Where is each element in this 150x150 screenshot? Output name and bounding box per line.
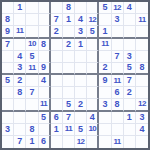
cell-r8c12[interactable] [136, 87, 148, 99]
cell-r8c9[interactable] [99, 87, 111, 99]
cell-r8c11[interactable]: 2 [124, 87, 136, 99]
cell-r7c6[interactable] [63, 75, 75, 87]
cell-r9c7[interactable]: 2 [75, 99, 87, 111]
cell-r10c8[interactable]: 4 [87, 112, 99, 124]
cell-r3c12[interactable] [136, 26, 148, 38]
cell-r7c5[interactable] [51, 75, 63, 87]
cell-r9c1[interactable] [2, 99, 14, 111]
cell-r1c2[interactable]: 1 [14, 2, 26, 14]
cell-r7c9[interactable]: 9 [99, 75, 111, 87]
cell-r7c3[interactable] [26, 75, 38, 87]
cell-r12c4[interactable]: 6 [39, 136, 51, 148]
cell-r6c11[interactable]: 5 [124, 63, 136, 75]
cell-r11c9[interactable] [99, 124, 111, 136]
cell-r5c11[interactable]: 3 [124, 51, 136, 63]
cell-r7c8[interactable] [87, 75, 99, 87]
cell-r10c12[interactable]: 3 [136, 112, 148, 124]
cell-r6c2[interactable]: 3 [14, 63, 26, 75]
cell-r2c3[interactable] [26, 14, 38, 26]
cell-r12c7[interactable]: 12 [75, 136, 87, 148]
cell-r5c2[interactable]: 4 [14, 51, 26, 63]
cell-r10c11[interactable]: 1 [124, 112, 136, 124]
cell-r7c7[interactable] [75, 75, 87, 87]
cell-r3c5[interactable]: 2 [51, 26, 63, 38]
cell-r2c5[interactable]: 7 [51, 14, 63, 26]
cell-r1c7[interactable] [75, 2, 87, 14]
cell-r2c8[interactable]: 12 [87, 14, 99, 26]
cell-r10c10[interactable] [112, 112, 124, 124]
cell-r8c1[interactable] [2, 87, 14, 99]
cell-r1c1[interactable] [2, 2, 14, 14]
cell-r2c6[interactable]: 1 [63, 14, 75, 26]
cell-r8c5[interactable] [51, 87, 63, 99]
cell-r10c3[interactable] [26, 112, 38, 124]
cell-r9c2[interactable] [14, 99, 26, 111]
cell-r9c10[interactable]: 8 [112, 99, 124, 111]
cell-r12c5[interactable] [51, 136, 63, 148]
cell-r3c10[interactable] [112, 26, 124, 38]
cell-r1c11[interactable]: 4 [124, 2, 136, 14]
cell-r2c10[interactable]: 3 [112, 14, 124, 26]
cell-r2c12[interactable]: 11 [136, 14, 148, 26]
cell-r9c6[interactable]: 5 [63, 99, 75, 111]
cell-r5c5[interactable] [51, 51, 63, 63]
cell-r1c12[interactable] [136, 2, 148, 14]
cell-r10c4[interactable]: 5 [39, 112, 51, 124]
cell-r1c3[interactable] [26, 2, 38, 14]
cell-r10c2[interactable] [14, 112, 26, 124]
cell-r3c1[interactable]: 9 [2, 26, 14, 38]
cell-r9c8[interactable] [87, 99, 99, 111]
cell-r11c12[interactable]: 4 [136, 124, 148, 136]
cell-r11c11[interactable] [124, 124, 136, 136]
cell-r2c1[interactable]: 8 [2, 14, 14, 26]
cell-r11c7[interactable]: 5 [75, 124, 87, 136]
cell-r11c8[interactable]: 10 [87, 124, 99, 136]
cell-r3c6[interactable] [63, 26, 75, 38]
cell-r4c9[interactable]: 11 [99, 39, 111, 51]
cell-r12c8[interactable] [87, 136, 99, 148]
cell-r7c2[interactable]: 2 [14, 75, 26, 87]
cell-r11c6[interactable]: 11 [63, 124, 75, 136]
cell-r12c1[interactable] [2, 136, 14, 148]
cell-r5c1[interactable] [2, 51, 14, 63]
cell-r10c6[interactable]: 7 [63, 112, 75, 124]
cell-r6c7[interactable] [75, 63, 87, 75]
cell-r2c2[interactable] [14, 14, 26, 26]
cell-r10c9[interactable] [99, 112, 111, 124]
cell-r4c12[interactable] [136, 39, 148, 51]
cell-r11c3[interactable]: 8 [26, 124, 38, 136]
cell-r5c12[interactable] [136, 51, 148, 63]
cell-r9c3[interactable] [26, 99, 38, 111]
cell-r3c3[interactable] [26, 26, 38, 38]
cell-r11c2[interactable] [14, 124, 26, 136]
cell-r4c11[interactable] [124, 39, 136, 51]
cell-r7c10[interactable]: 11 [112, 75, 124, 87]
cell-r9c11[interactable] [124, 99, 136, 111]
sudoku-board: 1851248714123119112351710821114573311925… [0, 0, 150, 150]
cell-r11c1[interactable]: 3 [2, 124, 14, 136]
cell-r3c2[interactable]: 11 [14, 26, 26, 38]
cell-r7c12[interactable] [136, 75, 148, 87]
cell-r8c8[interactable] [87, 87, 99, 99]
cell-r5c9[interactable] [99, 51, 111, 63]
cell-r7c11[interactable]: 7 [124, 75, 136, 87]
cell-r9c5[interactable] [51, 99, 63, 111]
cell-r11c5[interactable]: 1 [51, 124, 63, 136]
cell-r10c5[interactable]: 6 [51, 112, 63, 124]
cell-r5c7[interactable] [75, 51, 87, 63]
cell-r2c9[interactable] [99, 14, 111, 26]
cell-r4c8[interactable] [87, 39, 99, 51]
cell-r1c5[interactable] [51, 2, 63, 14]
cell-r12c6[interactable] [63, 136, 75, 148]
cell-r12c2[interactable]: 7 [14, 136, 26, 148]
cell-r6c5[interactable] [51, 63, 63, 75]
cell-r11c10[interactable] [112, 124, 124, 136]
cell-r6c3[interactable]: 11 [26, 63, 38, 75]
cell-r4c1[interactable]: 7 [2, 39, 14, 51]
cell-r8c3[interactable]: 7 [26, 87, 38, 99]
cell-r4c10[interactable] [112, 39, 124, 51]
cell-r7c1[interactable]: 5 [2, 75, 14, 87]
cell-r4c7[interactable]: 1 [75, 39, 87, 51]
cell-r12c11[interactable] [124, 136, 136, 148]
cell-r8c4[interactable] [39, 87, 51, 99]
cell-r4c6[interactable]: 2 [63, 39, 75, 51]
cell-r12c12[interactable] [136, 136, 148, 148]
cell-r4c4[interactable]: 8 [39, 39, 51, 51]
cell-r4c2[interactable] [14, 39, 26, 51]
cell-r6c8[interactable] [87, 63, 99, 75]
cell-r10c1[interactable] [2, 112, 14, 124]
cell-r6c10[interactable] [112, 63, 124, 75]
cell-r10c7[interactable] [75, 112, 87, 124]
cell-r7c4[interactable]: 4 [39, 75, 51, 87]
cell-r8c6[interactable] [63, 87, 75, 99]
cell-r5c10[interactable]: 7 [112, 51, 124, 63]
cell-r2c7[interactable]: 4 [75, 14, 87, 26]
cell-r6c1[interactable] [2, 63, 14, 75]
cell-r12c3[interactable]: 1 [26, 136, 38, 148]
cell-r3c7[interactable]: 3 [75, 26, 87, 38]
cell-r8c7[interactable] [75, 87, 87, 99]
cell-r6c9[interactable]: 2 [99, 63, 111, 75]
cell-r1c4[interactable] [39, 2, 51, 14]
cell-r3c11[interactable] [124, 26, 136, 38]
cell-r11c4[interactable] [39, 124, 51, 136]
cell-r3c4[interactable] [39, 26, 51, 38]
cell-r5c8[interactable] [87, 51, 99, 63]
cell-r12c10[interactable]: 11 [112, 136, 124, 148]
cell-r6c6[interactable] [63, 63, 75, 75]
cell-r3c9[interactable]: 1 [99, 26, 111, 38]
cell-r2c4[interactable] [39, 14, 51, 26]
cell-r9c9[interactable]: 3 [99, 99, 111, 111]
cell-r6c4[interactable]: 9 [39, 63, 51, 75]
cell-r6c12[interactable]: 8 [136, 63, 148, 75]
cell-r1c10[interactable]: 12 [112, 2, 124, 14]
cell-r9c4[interactable]: 11 [39, 99, 51, 111]
cell-r12c9[interactable] [99, 136, 111, 148]
cell-r4c5[interactable] [51, 39, 63, 51]
cell-r1c8[interactable] [87, 2, 99, 14]
cell-r5c6[interactable] [63, 51, 75, 63]
cell-r5c4[interactable] [39, 51, 51, 63]
cell-r2c11[interactable] [124, 14, 136, 26]
cell-r5c3[interactable]: 5 [26, 51, 38, 63]
cell-r1c9[interactable]: 5 [99, 2, 111, 14]
cell-r9c12[interactable]: 12 [136, 99, 148, 111]
cell-r8c2[interactable]: 8 [14, 87, 26, 99]
cell-r8c10[interactable]: 6 [112, 87, 124, 99]
cell-r4c3[interactable]: 10 [26, 39, 38, 51]
cell-r3c8[interactable]: 5 [87, 26, 99, 38]
cell-r1c6[interactable]: 8 [63, 2, 75, 14]
